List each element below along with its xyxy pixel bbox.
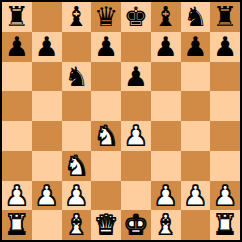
white-knight-piece: ♞ <box>64 151 88 181</box>
chess-board: ♜♝♛♚♝♞♜♟♟♟♟♟♟♞♟♞♟♞♟♟♟♟♟♟♜♝♛♚♝♜ <box>2 2 240 240</box>
square-a1[interactable]: ♜ <box>2 210 32 240</box>
black-pawn-piece: ♟ <box>183 32 207 62</box>
square-c2[interactable]: ♟ <box>62 181 92 211</box>
white-pawn-piece: ♟ <box>213 181 237 211</box>
square-f6[interactable] <box>151 62 181 92</box>
square-b1[interactable] <box>32 210 62 240</box>
black-bishop-piece: ♝ <box>154 2 178 32</box>
chess-board-frame: ♜♝♛♚♝♞♜♟♟♟♟♟♟♞♟♞♟♞♟♟♟♟♟♟♜♝♛♚♝♜ <box>0 0 242 242</box>
white-pawn-piece: ♟ <box>154 181 178 211</box>
square-b5[interactable] <box>32 91 62 121</box>
square-d5[interactable] <box>91 91 121 121</box>
square-f1[interactable]: ♝ <box>151 210 181 240</box>
black-king-piece: ♚ <box>124 2 148 32</box>
square-b8[interactable] <box>32 2 62 32</box>
square-f2[interactable]: ♟ <box>151 181 181 211</box>
square-h8[interactable]: ♜ <box>210 2 240 32</box>
square-a2[interactable]: ♟ <box>2 181 32 211</box>
white-pawn-piece: ♟ <box>5 181 29 211</box>
square-h3[interactable] <box>210 151 240 181</box>
white-pawn-piece: ♟ <box>35 181 59 211</box>
square-a4[interactable] <box>2 121 32 151</box>
square-h6[interactable] <box>210 62 240 92</box>
square-e6[interactable]: ♟ <box>121 62 151 92</box>
square-e1[interactable]: ♚ <box>121 210 151 240</box>
square-d3[interactable] <box>91 151 121 181</box>
black-bishop-piece: ♝ <box>64 2 88 32</box>
black-queen-piece: ♛ <box>94 2 118 32</box>
square-f4[interactable] <box>151 121 181 151</box>
white-rook-piece: ♜ <box>5 210 29 240</box>
square-a6[interactable] <box>2 62 32 92</box>
square-c1[interactable]: ♝ <box>62 210 92 240</box>
square-b2[interactable]: ♟ <box>32 181 62 211</box>
square-c5[interactable] <box>62 91 92 121</box>
white-king-piece: ♚ <box>124 210 148 240</box>
black-knight-piece: ♞ <box>64 62 88 92</box>
black-pawn-piece: ♟ <box>213 32 237 62</box>
white-pawn-piece: ♟ <box>124 121 148 151</box>
square-e3[interactable] <box>121 151 151 181</box>
black-pawn-piece: ♟ <box>124 62 148 92</box>
square-f7[interactable]: ♟ <box>151 32 181 62</box>
square-g3[interactable] <box>181 151 211 181</box>
white-rook-piece: ♜ <box>213 210 237 240</box>
square-h7[interactable]: ♟ <box>210 32 240 62</box>
square-d4[interactable]: ♞ <box>91 121 121 151</box>
white-bishop-piece: ♝ <box>64 210 88 240</box>
white-knight-piece: ♞ <box>94 121 118 151</box>
square-c4[interactable] <box>62 121 92 151</box>
white-pawn-piece: ♟ <box>64 181 88 211</box>
square-h4[interactable] <box>210 121 240 151</box>
white-pawn-piece: ♟ <box>183 181 207 211</box>
square-d7[interactable]: ♟ <box>91 32 121 62</box>
white-queen-piece: ♛ <box>94 210 118 240</box>
square-b4[interactable] <box>32 121 62 151</box>
square-a8[interactable]: ♜ <box>2 2 32 32</box>
square-g2[interactable]: ♟ <box>181 181 211 211</box>
square-g6[interactable] <box>181 62 211 92</box>
square-d2[interactable] <box>91 181 121 211</box>
black-pawn-piece: ♟ <box>5 32 29 62</box>
square-e5[interactable] <box>121 91 151 121</box>
square-e8[interactable]: ♚ <box>121 2 151 32</box>
square-g8[interactable]: ♞ <box>181 2 211 32</box>
square-a7[interactable]: ♟ <box>2 32 32 62</box>
square-b6[interactable] <box>32 62 62 92</box>
square-c7[interactable] <box>62 32 92 62</box>
square-a5[interactable] <box>2 91 32 121</box>
square-d6[interactable] <box>91 62 121 92</box>
square-h5[interactable] <box>210 91 240 121</box>
square-h1[interactable]: ♜ <box>210 210 240 240</box>
black-pawn-piece: ♟ <box>154 32 178 62</box>
black-rook-piece: ♜ <box>5 2 29 32</box>
square-e2[interactable] <box>121 181 151 211</box>
square-b3[interactable] <box>32 151 62 181</box>
black-knight-piece: ♞ <box>183 2 207 32</box>
square-b7[interactable]: ♟ <box>32 32 62 62</box>
square-f5[interactable] <box>151 91 181 121</box>
square-a3[interactable] <box>2 151 32 181</box>
square-f3[interactable] <box>151 151 181 181</box>
square-c6[interactable]: ♞ <box>62 62 92 92</box>
square-h2[interactable]: ♟ <box>210 181 240 211</box>
square-d8[interactable]: ♛ <box>91 2 121 32</box>
square-e7[interactable] <box>121 32 151 62</box>
square-e4[interactable]: ♟ <box>121 121 151 151</box>
white-bishop-piece: ♝ <box>154 210 178 240</box>
square-c3[interactable]: ♞ <box>62 151 92 181</box>
square-g7[interactable]: ♟ <box>181 32 211 62</box>
square-g4[interactable] <box>181 121 211 151</box>
square-g5[interactable] <box>181 91 211 121</box>
square-g1[interactable] <box>181 210 211 240</box>
black-pawn-piece: ♟ <box>35 32 59 62</box>
square-d1[interactable]: ♛ <box>91 210 121 240</box>
square-f8[interactable]: ♝ <box>151 2 181 32</box>
black-rook-piece: ♜ <box>213 2 237 32</box>
black-pawn-piece: ♟ <box>94 32 118 62</box>
square-c8[interactable]: ♝ <box>62 2 92 32</box>
